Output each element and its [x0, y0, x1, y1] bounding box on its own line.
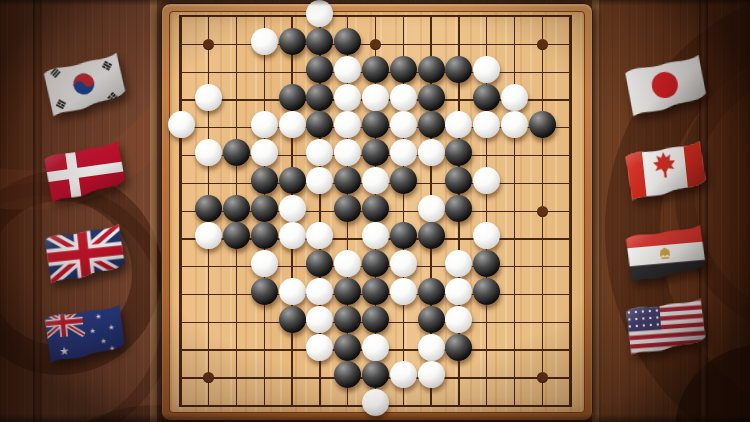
stone-white: ○	[362, 389, 389, 416]
stone-white: ○	[390, 111, 417, 138]
stone-black: ●	[362, 139, 389, 166]
stone-black: ●	[334, 306, 361, 333]
stone-black: ●	[473, 278, 500, 305]
grid-line	[569, 17, 570, 406]
stone-black: ●	[390, 167, 417, 194]
stone-white: ○	[251, 250, 278, 277]
stone-black: ●	[334, 167, 361, 194]
stone-white: ○	[362, 334, 389, 361]
stone-white: ○	[279, 222, 306, 249]
stone-black: ●	[418, 278, 445, 305]
stone-black: ●	[223, 195, 250, 222]
stone-black: ●	[279, 306, 306, 333]
stone-white: ○	[418, 195, 445, 222]
flag-egypt	[623, 223, 708, 286]
stone-white: ○	[362, 84, 389, 111]
stone-black: ●	[418, 56, 445, 83]
flag-canada	[622, 139, 707, 203]
stone-white: ○	[334, 84, 361, 111]
stone-white: ○	[418, 139, 445, 166]
stone-white: ○	[195, 84, 222, 111]
stone-black: ●	[251, 167, 278, 194]
grid-line	[514, 17, 515, 406]
stone-white: ○	[390, 250, 417, 277]
stone-black: ●	[279, 84, 306, 111]
stone-white: ○	[362, 167, 389, 194]
star-point	[537, 206, 548, 217]
stone-black: ●	[418, 84, 445, 111]
flag-australia: ★ ★ ★ ★ ★ ★	[42, 303, 127, 366]
stone-white: ○	[168, 111, 195, 138]
stone-black: ●	[279, 167, 306, 194]
stone-white: ○	[334, 56, 361, 83]
stone-white: ○	[418, 361, 445, 388]
flag-united-kingdom	[41, 222, 126, 286]
stone-white: ○	[473, 167, 500, 194]
stone-black: ●	[195, 195, 222, 222]
stone-black: ●	[251, 195, 278, 222]
stone-white: ○	[251, 139, 278, 166]
stone-black: ●	[306, 56, 333, 83]
stone-black: ●	[334, 334, 361, 361]
light-edge-right	[592, 0, 599, 422]
stone-black: ●	[223, 139, 250, 166]
stone-black: ●	[445, 334, 472, 361]
stone-black: ●	[362, 56, 389, 83]
stone-white: ○	[418, 334, 445, 361]
gomoku-board[interactable]: ○○●●●●○●●●●○○●●○○○●●○○○○●○●○●○○○●○●○○○●○…	[161, 3, 593, 421]
stone-white: ○	[390, 361, 417, 388]
stone-black: ●	[390, 56, 417, 83]
stone-white: ○	[501, 84, 528, 111]
stone-black: ●	[418, 306, 445, 333]
flag-united-states	[623, 296, 707, 357]
stone-black: ●	[306, 84, 333, 111]
game-screen: ★ ★ ★ ★ ★ ★	[0, 0, 750, 422]
stone-white: ○	[306, 334, 333, 361]
stone-black: ●	[445, 195, 472, 222]
stone-white: ○	[251, 111, 278, 138]
stone-black: ●	[529, 111, 556, 138]
stone-white: ○	[390, 84, 417, 111]
stone-black: ●	[334, 28, 361, 55]
stone-white: ○	[473, 56, 500, 83]
light-edge-left	[150, 0, 157, 422]
stone-black: ●	[418, 222, 445, 249]
stone-black: ●	[418, 111, 445, 138]
star-point	[537, 39, 548, 50]
stone-black: ●	[362, 278, 389, 305]
stone-white: ○	[445, 306, 472, 333]
stone-white: ○	[279, 278, 306, 305]
flag-japan	[621, 53, 708, 120]
stone-white: ○	[390, 278, 417, 305]
stone-white: ○	[251, 28, 278, 55]
stone-black: ●	[251, 278, 278, 305]
stone-white: ○	[390, 139, 417, 166]
grid[interactable]: ○○●●●●○●●●●○○●●○○○●●○○○○●○●○●○○○●○●○○○●○…	[181, 17, 570, 406]
stone-black: ●	[473, 84, 500, 111]
stone-white: ○	[279, 195, 306, 222]
stone-black: ●	[279, 28, 306, 55]
stone-black: ●	[445, 56, 472, 83]
star-point	[370, 39, 381, 50]
stone-black: ●	[362, 306, 389, 333]
stone-black: ●	[362, 195, 389, 222]
flag-denmark	[40, 139, 127, 206]
stone-black: ●	[334, 195, 361, 222]
stone-white: ○	[279, 111, 306, 138]
